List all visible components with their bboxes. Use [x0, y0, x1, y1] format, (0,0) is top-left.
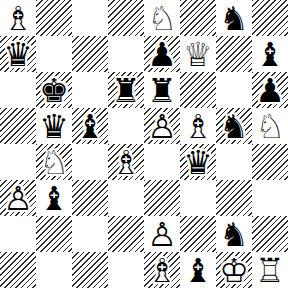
square-g7[interactable] — [216, 36, 252, 72]
square-g4[interactable] — [216, 144, 252, 180]
piece-glyph: ♛ — [36, 108, 72, 144]
piece-glyph: ♘ — [252, 108, 288, 144]
piece-glyph: ♙ — [144, 216, 180, 252]
square-h3[interactable] — [252, 180, 288, 216]
piece-glyph: ♙ — [0, 180, 36, 216]
piece-glyph: ♜ — [108, 72, 144, 108]
square-h8[interactable] — [252, 0, 288, 36]
piece-glyph: ♛ — [0, 36, 36, 72]
piece-glyph: ♖ — [252, 252, 288, 288]
square-h4[interactable] — [252, 144, 288, 180]
square-a3[interactable]: ♟♙ — [0, 180, 36, 216]
square-e8[interactable]: ♞♘ — [144, 0, 180, 36]
piece-glyph: ♕ — [180, 36, 216, 72]
square-a5[interactable] — [0, 108, 36, 144]
square-f7[interactable]: ♛♕ — [180, 36, 216, 72]
piece-black-bishop[interactable]: ♝♝ — [252, 36, 288, 72]
piece-black-knight[interactable]: ♞♞ — [216, 108, 252, 144]
piece-glyph: ♛ — [180, 144, 216, 180]
square-f6[interactable] — [180, 72, 216, 108]
piece-black-rook[interactable]: ♜♜ — [108, 72, 144, 108]
square-b8[interactable] — [36, 0, 72, 36]
piece-white-knight[interactable]: ♞♘ — [252, 108, 288, 144]
square-c7[interactable] — [72, 36, 108, 72]
piece-glyph: ♝ — [36, 180, 72, 216]
piece-black-bishop[interactable]: ♝♝ — [36, 180, 72, 216]
piece-glyph: ♘ — [36, 144, 72, 180]
piece-white-bishop[interactable]: ♝♗ — [180, 108, 216, 144]
piece-black-queen[interactable]: ♛♛ — [0, 36, 36, 72]
piece-white-king[interactable]: ♚♔ — [216, 252, 252, 288]
square-c8[interactable] — [72, 0, 108, 36]
square-b4[interactable]: ♞♘ — [36, 144, 72, 180]
square-g2[interactable]: ♞♞ — [216, 216, 252, 252]
square-e6[interactable]: ♜♜ — [144, 72, 180, 108]
square-d2[interactable] — [108, 216, 144, 252]
square-d5[interactable] — [108, 108, 144, 144]
square-e7[interactable]: ♟♟ — [144, 36, 180, 72]
square-a2[interactable] — [0, 216, 36, 252]
square-c1[interactable] — [72, 252, 108, 288]
piece-white-rook[interactable]: ♜♖ — [252, 252, 288, 288]
piece-black-knight[interactable]: ♞♞ — [216, 216, 252, 252]
square-b7[interactable] — [36, 36, 72, 72]
piece-white-pawn[interactable]: ♟♙ — [144, 108, 180, 144]
square-h2[interactable] — [252, 216, 288, 252]
piece-glyph: ♘ — [144, 0, 180, 36]
piece-glyph: ♟ — [252, 72, 288, 108]
piece-white-knight[interactable]: ♞♘ — [144, 0, 180, 36]
piece-black-queen[interactable]: ♛♛ — [180, 144, 216, 180]
piece-glyph: ♔ — [216, 252, 252, 288]
piece-glyph: ♝ — [72, 108, 108, 144]
square-e5[interactable]: ♟♙ — [144, 108, 180, 144]
square-d6[interactable]: ♜♜ — [108, 72, 144, 108]
piece-glyph: ♗ — [144, 252, 180, 288]
square-c4[interactable] — [72, 144, 108, 180]
square-f8[interactable] — [180, 0, 216, 36]
square-a7[interactable]: ♛♛ — [0, 36, 36, 72]
square-d4[interactable]: ♝♗ — [108, 144, 144, 180]
piece-white-bishop[interactable]: ♝♗ — [108, 144, 144, 180]
piece-glyph: ♝ — [180, 252, 216, 288]
square-c6[interactable] — [72, 72, 108, 108]
piece-white-queen[interactable]: ♛♕ — [180, 36, 216, 72]
square-d8[interactable] — [108, 0, 144, 36]
square-d7[interactable] — [108, 36, 144, 72]
piece-glyph: ♞ — [216, 216, 252, 252]
square-d1[interactable] — [108, 252, 144, 288]
square-a8[interactable]: ♝♗ — [0, 0, 36, 36]
square-b5[interactable]: ♛♛ — [36, 108, 72, 144]
square-h6[interactable]: ♟♟ — [252, 72, 288, 108]
square-g5[interactable]: ♞♞ — [216, 108, 252, 144]
square-b3[interactable]: ♝♝ — [36, 180, 72, 216]
square-a6[interactable] — [0, 72, 36, 108]
square-c5[interactable]: ♝♝ — [72, 108, 108, 144]
square-f5[interactable]: ♝♗ — [180, 108, 216, 144]
piece-white-bishop[interactable]: ♝♗ — [0, 0, 36, 36]
square-a4[interactable] — [0, 144, 36, 180]
square-h7[interactable]: ♝♝ — [252, 36, 288, 72]
piece-black-knight[interactable]: ♞♞ — [216, 0, 252, 36]
chess-board: ♝♗♞♘♞♞♛♛♟♟♛♕♝♝♚♚♜♜♜♜♟♟♛♛♝♝♟♙♝♗♞♞♞♘♞♘♝♗♛♛… — [0, 0, 288, 288]
square-g8[interactable]: ♞♞ — [216, 0, 252, 36]
piece-glyph: ♗ — [108, 144, 144, 180]
square-e3[interactable] — [144, 180, 180, 216]
piece-black-rook[interactable]: ♜♜ — [144, 72, 180, 108]
piece-black-bishop[interactable]: ♝♝ — [72, 108, 108, 144]
piece-glyph: ♗ — [0, 0, 36, 36]
square-h1[interactable]: ♜♖ — [252, 252, 288, 288]
square-b1[interactable] — [36, 252, 72, 288]
square-g6[interactable] — [216, 72, 252, 108]
square-c2[interactable] — [72, 216, 108, 252]
piece-glyph: ♗ — [180, 108, 216, 144]
piece-black-pawn[interactable]: ♟♟ — [144, 36, 180, 72]
piece-white-pawn[interactable]: ♟♙ — [144, 216, 180, 252]
piece-black-bishop[interactable]: ♝♝ — [180, 252, 216, 288]
piece-black-king[interactable]: ♚♚ — [36, 72, 72, 108]
square-a1[interactable] — [0, 252, 36, 288]
piece-glyph: ♞ — [216, 108, 252, 144]
square-e1[interactable]: ♝♗ — [144, 252, 180, 288]
square-e4[interactable] — [144, 144, 180, 180]
piece-black-pawn[interactable]: ♟♟ — [252, 72, 288, 108]
square-d3[interactable] — [108, 180, 144, 216]
square-h5[interactable]: ♞♘ — [252, 108, 288, 144]
piece-glyph: ♞ — [216, 0, 252, 36]
square-g1[interactable]: ♚♔ — [216, 252, 252, 288]
square-f2[interactable] — [180, 216, 216, 252]
piece-glyph: ♚ — [36, 72, 72, 108]
piece-black-queen[interactable]: ♛♛ — [36, 108, 72, 144]
piece-glyph: ♜ — [144, 72, 180, 108]
square-f4[interactable]: ♛♛ — [180, 144, 216, 180]
square-f3[interactable] — [180, 180, 216, 216]
square-f1[interactable]: ♝♝ — [180, 252, 216, 288]
piece-white-pawn[interactable]: ♟♙ — [0, 180, 36, 216]
piece-glyph: ♟ — [144, 36, 180, 72]
square-b2[interactable] — [36, 216, 72, 252]
piece-white-bishop[interactable]: ♝♗ — [144, 252, 180, 288]
piece-glyph: ♝ — [252, 36, 288, 72]
piece-glyph: ♙ — [144, 108, 180, 144]
square-e2[interactable]: ♟♙ — [144, 216, 180, 252]
piece-white-knight[interactable]: ♞♘ — [36, 144, 72, 180]
square-b6[interactable]: ♚♚ — [36, 72, 72, 108]
square-g3[interactable] — [216, 180, 252, 216]
square-c3[interactable] — [72, 180, 108, 216]
